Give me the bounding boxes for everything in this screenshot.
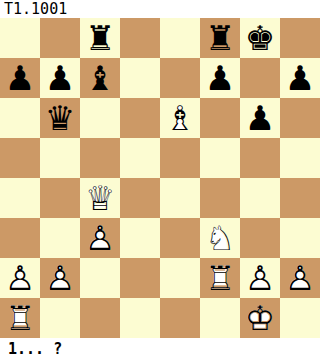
square-c6[interactable] — [80, 98, 120, 138]
square-a3[interactable] — [0, 218, 40, 258]
puzzle-id: T1.1001 — [0, 0, 320, 18]
square-e4[interactable] — [160, 178, 200, 218]
piece-black-pawn: ♟ — [40, 58, 80, 98]
square-f4[interactable] — [200, 178, 240, 218]
square-b8[interactable] — [40, 18, 80, 58]
square-e8[interactable] — [160, 18, 200, 58]
square-d3[interactable] — [120, 218, 160, 258]
square-c8[interactable]: ♜ — [80, 18, 120, 58]
piece-white-queen: ♕ — [80, 178, 120, 218]
square-d6[interactable] — [120, 98, 160, 138]
square-g2[interactable]: ♟♙ — [240, 258, 280, 298]
move-prompt: 1... ? — [0, 338, 320, 360]
piece-white-rook: ♖ — [0, 298, 40, 338]
piece-black-bishop: ♝ — [80, 58, 120, 98]
square-d8[interactable] — [120, 18, 160, 58]
square-h8[interactable] — [280, 18, 320, 58]
square-f2[interactable]: ♜♖ — [200, 258, 240, 298]
square-h6[interactable] — [280, 98, 320, 138]
square-g4[interactable] — [240, 178, 280, 218]
square-b1[interactable] — [40, 298, 80, 338]
chess-board: ♜♜♚♟♟♝♟♟♛♝♗♟♛♕♟♙♞♘♟♙♟♙♜♖♟♙♟♙♜♖♚♔ — [0, 18, 320, 338]
square-a1[interactable]: ♜♖ — [0, 298, 40, 338]
piece-white-knight: ♘ — [200, 218, 240, 258]
square-e6[interactable]: ♝♗ — [160, 98, 200, 138]
square-f7[interactable]: ♟ — [200, 58, 240, 98]
square-b7[interactable]: ♟ — [40, 58, 80, 98]
piece-black-pawn: ♟ — [0, 58, 40, 98]
square-g5[interactable] — [240, 138, 280, 178]
square-f8[interactable]: ♜ — [200, 18, 240, 58]
piece-white-pawn: ♙ — [0, 258, 40, 298]
square-h7[interactable]: ♟ — [280, 58, 320, 98]
square-h5[interactable] — [280, 138, 320, 178]
square-d2[interactable] — [120, 258, 160, 298]
square-d1[interactable] — [120, 298, 160, 338]
square-c4[interactable]: ♛♕ — [80, 178, 120, 218]
square-f1[interactable] — [200, 298, 240, 338]
square-e5[interactable] — [160, 138, 200, 178]
square-c1[interactable] — [80, 298, 120, 338]
square-a4[interactable] — [0, 178, 40, 218]
square-g7[interactable] — [240, 58, 280, 98]
piece-black-rook: ♜ — [200, 18, 240, 58]
square-h4[interactable] — [280, 178, 320, 218]
square-e2[interactable] — [160, 258, 200, 298]
square-c2[interactable] — [80, 258, 120, 298]
square-g1[interactable]: ♚♔ — [240, 298, 280, 338]
square-g3[interactable] — [240, 218, 280, 258]
square-e7[interactable] — [160, 58, 200, 98]
square-b5[interactable] — [40, 138, 80, 178]
piece-white-rook: ♖ — [200, 258, 240, 298]
square-c5[interactable] — [80, 138, 120, 178]
piece-black-rook: ♜ — [80, 18, 120, 58]
square-f6[interactable] — [200, 98, 240, 138]
square-d5[interactable] — [120, 138, 160, 178]
square-f5[interactable] — [200, 138, 240, 178]
square-c7[interactable]: ♝ — [80, 58, 120, 98]
piece-black-pawn: ♟ — [280, 58, 320, 98]
square-b6[interactable]: ♛ — [40, 98, 80, 138]
chess-tactics-window: T1.1001 ♜♜♚♟♟♝♟♟♛♝♗♟♛♕♟♙♞♘♟♙♟♙♜♖♟♙♟♙♜♖♚♔… — [0, 0, 320, 360]
square-h1[interactable] — [280, 298, 320, 338]
square-a7[interactable]: ♟ — [0, 58, 40, 98]
square-h3[interactable] — [280, 218, 320, 258]
piece-white-pawn: ♙ — [240, 258, 280, 298]
piece-white-pawn: ♙ — [280, 258, 320, 298]
piece-white-pawn: ♙ — [40, 258, 80, 298]
square-h2[interactable]: ♟♙ — [280, 258, 320, 298]
square-e1[interactable] — [160, 298, 200, 338]
square-a6[interactable] — [0, 98, 40, 138]
piece-white-bishop: ♗ — [160, 98, 200, 138]
square-e3[interactable] — [160, 218, 200, 258]
square-a5[interactable] — [0, 138, 40, 178]
square-b2[interactable]: ♟♙ — [40, 258, 80, 298]
square-a8[interactable] — [0, 18, 40, 58]
square-d7[interactable] — [120, 58, 160, 98]
square-g8[interactable]: ♚ — [240, 18, 280, 58]
square-c3[interactable]: ♟♙ — [80, 218, 120, 258]
piece-black-pawn: ♟ — [240, 98, 280, 138]
piece-black-pawn: ♟ — [200, 58, 240, 98]
piece-white-king: ♔ — [240, 298, 280, 338]
square-a2[interactable]: ♟♙ — [0, 258, 40, 298]
square-b4[interactable] — [40, 178, 80, 218]
square-d4[interactable] — [120, 178, 160, 218]
piece-white-pawn: ♙ — [80, 218, 120, 258]
piece-black-queen: ♛ — [40, 98, 80, 138]
square-f3[interactable]: ♞♘ — [200, 218, 240, 258]
piece-black-king: ♚ — [240, 18, 280, 58]
square-g6[interactable]: ♟ — [240, 98, 280, 138]
square-b3[interactable] — [40, 218, 80, 258]
